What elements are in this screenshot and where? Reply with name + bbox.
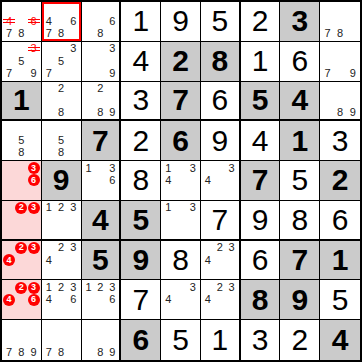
candidate: 5 bbox=[15, 135, 27, 147]
cell-r2c2[interactable]: 357 bbox=[42, 42, 82, 82]
cell-r5c5[interactable]: 134 bbox=[161, 161, 201, 201]
pencil-marks: 36 bbox=[3, 162, 40, 199]
candidate: 7 bbox=[3, 346, 15, 359]
cell-r6c6[interactable]: 7 bbox=[201, 201, 241, 241]
cell-r1c1[interactable]: 7846 bbox=[2, 2, 42, 42]
given-digit: 6 bbox=[211, 85, 228, 115]
solved-digit: 4 bbox=[92, 205, 109, 235]
cell-r2c7[interactable]: 1 bbox=[241, 42, 281, 82]
cell-r7c4[interactable]: 9 bbox=[121, 241, 161, 281]
cell-r9c3[interactable]: 89 bbox=[82, 320, 122, 360]
cell-r4c9[interactable]: 3 bbox=[320, 121, 360, 161]
cell-r8c2[interactable]: 12346 bbox=[42, 280, 82, 320]
candidate: 6 bbox=[106, 15, 118, 27]
solved-digit: 6 bbox=[132, 325, 149, 355]
circled-candidate: 3 bbox=[28, 162, 40, 174]
candidate: 9 bbox=[28, 67, 40, 79]
solved-digit: 5 bbox=[252, 85, 269, 115]
given-digit: 7 bbox=[132, 285, 149, 315]
circled-candidate-digit: 2 bbox=[15, 242, 27, 254]
circled-candidate-digit: 4 bbox=[3, 254, 15, 266]
cell-r3c9[interactable]: 89 bbox=[320, 82, 360, 122]
solved-digit: 9 bbox=[291, 285, 308, 315]
solved-digit: 3 bbox=[291, 6, 308, 36]
candidate: 9 bbox=[346, 106, 359, 118]
pencil-marks: 58 bbox=[3, 122, 40, 159]
cell-r1c9[interactable]: 78 bbox=[320, 2, 360, 42]
cell-r9c4[interactable]: 6 bbox=[121, 320, 161, 360]
given-digit: 2 bbox=[252, 6, 269, 36]
cell-r8c5[interactable]: 34 bbox=[161, 280, 201, 320]
candidate: 2 bbox=[55, 281, 67, 293]
cell-r7c8[interactable]: 7 bbox=[280, 241, 320, 281]
cell-r5c7[interactable]: 7 bbox=[241, 161, 281, 201]
cell-r7c6[interactable]: 234 bbox=[201, 241, 241, 281]
given-digit: 3 bbox=[132, 85, 149, 115]
circled-candidate: 2 bbox=[15, 281, 27, 293]
candidate: 8 bbox=[15, 147, 27, 159]
cell-r7c7[interactable]: 6 bbox=[241, 241, 281, 281]
cell-r4c1[interactable]: 58 bbox=[2, 121, 42, 161]
cell-r1c4[interactable]: 1 bbox=[121, 2, 161, 42]
pencil-marks: 234 bbox=[43, 242, 80, 279]
candidate: 8 bbox=[15, 346, 27, 359]
pencil-marks: 234 bbox=[3, 242, 40, 279]
candidate: 3 bbox=[67, 242, 79, 254]
candidate: 3 bbox=[187, 202, 199, 214]
solved-digit: 9 bbox=[53, 165, 70, 195]
cell-r8c4[interactable]: 7 bbox=[121, 280, 161, 320]
solved-digit: 9 bbox=[132, 245, 149, 275]
candidate: 3 bbox=[106, 43, 118, 55]
given-digit: 3 bbox=[252, 325, 269, 355]
pencil-marks: 134 bbox=[162, 162, 199, 199]
candidate: 3 bbox=[67, 202, 79, 214]
candidate: 5 bbox=[15, 55, 27, 67]
eliminated-candidate: 6 bbox=[28, 15, 40, 27]
solved-digit: 5 bbox=[132, 205, 149, 235]
pencil-marks: 68 bbox=[83, 3, 119, 40]
solved-digit: 4 bbox=[291, 85, 308, 115]
given-digit: 2 bbox=[132, 126, 149, 156]
candidate: 6 bbox=[67, 294, 79, 306]
pencil-marks: 78 bbox=[43, 321, 80, 359]
cell-r9c8[interactable]: 2 bbox=[280, 320, 320, 360]
candidate: 1 bbox=[162, 162, 174, 174]
candidate: 4 bbox=[162, 174, 174, 186]
given-digit: 8 bbox=[172, 245, 189, 275]
candidate: 7 bbox=[3, 67, 15, 79]
circled-candidate: 3 bbox=[28, 242, 40, 254]
candidate: 6 bbox=[106, 294, 118, 306]
candidate: 8 bbox=[55, 147, 67, 159]
candidate: 2 bbox=[55, 202, 67, 214]
cell-r6c2[interactable]: 123 bbox=[42, 201, 82, 241]
candidate: 8 bbox=[55, 28, 67, 40]
cell-r2c3[interactable]: 39 bbox=[82, 42, 122, 82]
pencil-marks: 23 bbox=[3, 202, 40, 238]
cell-r9c9[interactable]: 4 bbox=[320, 320, 360, 360]
candidate: 4 bbox=[162, 294, 174, 306]
candidate: 8 bbox=[94, 106, 106, 118]
candidate: 8 bbox=[55, 346, 67, 359]
candidate: 3 bbox=[187, 281, 199, 293]
given-digit: 4 bbox=[252, 126, 269, 156]
circled-candidate: 6 bbox=[28, 294, 40, 306]
solved-digit: 1 bbox=[291, 126, 308, 156]
cell-r8c3[interactable]: 1236 bbox=[82, 280, 122, 320]
candidate: 1 bbox=[83, 281, 95, 293]
given-digit: 6 bbox=[291, 46, 308, 76]
circled-candidate: 2 bbox=[15, 202, 27, 214]
candidate: 3 bbox=[67, 281, 79, 293]
cell-r6c9[interactable]: 6 bbox=[320, 201, 360, 241]
candidate: 8 bbox=[94, 346, 106, 359]
solved-digit: 4 bbox=[332, 325, 349, 355]
cell-r1c8[interactable]: 3 bbox=[280, 2, 320, 42]
cell-r4c4[interactable]: 2 bbox=[121, 121, 161, 161]
given-digit: 2 bbox=[291, 325, 308, 355]
candidate: 1 bbox=[43, 281, 55, 293]
solved-digit: 7 bbox=[172, 85, 189, 115]
eliminated-candidate: 3 bbox=[28, 43, 40, 55]
cell-r1c5[interactable]: 9 bbox=[161, 2, 201, 42]
cell-r2c5[interactable]: 2 bbox=[161, 42, 201, 82]
cell-r4c8[interactable]: 1 bbox=[280, 121, 320, 161]
pencil-marks: 123 bbox=[43, 202, 80, 238]
candidate: 4 bbox=[43, 15, 55, 27]
cell-r5c9[interactable]: 2 bbox=[320, 161, 360, 201]
candidate: 2 bbox=[94, 281, 106, 293]
cell-r1c6[interactable]: 5 bbox=[201, 2, 241, 42]
cell-r6c4[interactable]: 5 bbox=[121, 201, 161, 241]
cell-r3c1[interactable]: 1 bbox=[2, 82, 42, 122]
cell-r5c6[interactable]: 34 bbox=[201, 161, 241, 201]
cell-r3c8[interactable]: 4 bbox=[280, 82, 320, 122]
pencil-marks: 1236 bbox=[83, 281, 119, 318]
cell-r9c6[interactable]: 1 bbox=[201, 320, 241, 360]
circled-candidate: 6 bbox=[28, 174, 40, 186]
cell-r2c8[interactable]: 6 bbox=[280, 42, 320, 82]
given-digit: 5 bbox=[172, 325, 189, 355]
given-digit: 3 bbox=[332, 126, 349, 156]
circled-candidate-digit: 3 bbox=[28, 282, 40, 294]
pencil-marks: 2346 bbox=[3, 281, 40, 318]
candidate: 3 bbox=[187, 162, 199, 174]
pencil-marks: 89 bbox=[321, 83, 359, 119]
solved-digit: 7 bbox=[92, 126, 109, 156]
pencil-marks: 789 bbox=[3, 321, 40, 359]
eliminated-candidate: 4 bbox=[3, 15, 15, 27]
candidate: 4 bbox=[202, 254, 214, 266]
candidate: 7 bbox=[43, 28, 55, 40]
pencil-marks: 5793 bbox=[3, 43, 40, 80]
given-digit: 8 bbox=[291, 205, 308, 235]
pencil-marks: 78 bbox=[321, 3, 359, 40]
candidate: 2 bbox=[55, 242, 67, 254]
circled-candidate: 4 bbox=[3, 254, 15, 266]
cell-r2c6[interactable]: 8 bbox=[201, 42, 241, 82]
solved-digit: 7 bbox=[252, 165, 269, 195]
candidate: 2 bbox=[94, 83, 106, 95]
cell-r6c8[interactable]: 8 bbox=[280, 201, 320, 241]
cell-r7c1[interactable]: 234 bbox=[2, 241, 42, 281]
cell-r4c7[interactable]: 4 bbox=[241, 121, 281, 161]
pencil-marks: 28 bbox=[43, 83, 80, 119]
cell-r4c5[interactable]: 6 bbox=[161, 121, 201, 161]
cell-r6c5[interactable]: 13 bbox=[161, 201, 201, 241]
solved-digit: 6 bbox=[172, 126, 189, 156]
candidate: 1 bbox=[43, 202, 55, 214]
candidate: 4 bbox=[202, 174, 214, 186]
cell-r6c1[interactable]: 23 bbox=[2, 201, 42, 241]
cell-r3c2[interactable]: 28 bbox=[42, 82, 82, 122]
candidate: 1 bbox=[83, 162, 95, 174]
circled-candidate-digit: 2 bbox=[15, 202, 27, 214]
candidate: 2 bbox=[214, 281, 226, 293]
pencil-marks: 79 bbox=[321, 43, 359, 80]
pencil-marks: 12346 bbox=[43, 281, 80, 318]
cell-r1c2[interactable]: 4678 bbox=[42, 2, 82, 42]
candidate: 9 bbox=[106, 106, 118, 118]
cell-r7c9[interactable]: 1 bbox=[320, 241, 360, 281]
cell-r4c6[interactable]: 9 bbox=[201, 121, 241, 161]
cell-r2c4[interactable]: 4 bbox=[121, 42, 161, 82]
solved-digit: 8 bbox=[211, 46, 228, 76]
given-digit: 4 bbox=[132, 46, 149, 76]
cell-r3c3[interactable]: 289 bbox=[82, 82, 122, 122]
cell-r5c2[interactable]: 9 bbox=[42, 161, 82, 201]
cell-r1c7[interactable]: 2 bbox=[241, 2, 281, 42]
candidate: 3 bbox=[106, 281, 118, 293]
solved-digit: 7 bbox=[291, 245, 308, 275]
candidate: 9 bbox=[28, 346, 40, 359]
candidate: 8 bbox=[334, 28, 347, 40]
candidate: 7 bbox=[43, 346, 55, 359]
cell-r9c2[interactable]: 78 bbox=[42, 320, 82, 360]
circled-candidate: 2 bbox=[15, 242, 27, 254]
given-digit: 9 bbox=[211, 126, 228, 156]
cell-r6c7[interactable]: 9 bbox=[241, 201, 281, 241]
pencil-marks: 34 bbox=[202, 162, 238, 199]
given-digit: 8 bbox=[132, 165, 149, 195]
candidate: 1 bbox=[162, 202, 174, 214]
cell-r9c5[interactable]: 5 bbox=[161, 320, 201, 360]
candidate: 3 bbox=[226, 162, 238, 174]
circled-candidate: 3 bbox=[28, 202, 40, 214]
candidate: 4 bbox=[43, 254, 55, 266]
cell-r3c7[interactable]: 5 bbox=[241, 82, 281, 122]
pencil-marks: 357 bbox=[43, 43, 80, 80]
candidate: 4 bbox=[202, 294, 214, 306]
cell-r5c1[interactable]: 36 bbox=[2, 161, 42, 201]
candidate: 3 bbox=[226, 281, 238, 293]
candidate: 3 bbox=[67, 43, 79, 55]
pencil-marks: 39 bbox=[83, 43, 119, 80]
candidate: 8 bbox=[334, 106, 347, 118]
cell-r8c6[interactable]: 234 bbox=[201, 280, 241, 320]
cell-r3c4[interactable]: 3 bbox=[121, 82, 161, 122]
given-digit: 6 bbox=[252, 245, 269, 275]
pencil-marks: 34 bbox=[162, 281, 199, 318]
given-digit: 1 bbox=[211, 325, 228, 355]
candidate: 7 bbox=[321, 28, 334, 40]
pencil-marks: 234 bbox=[202, 281, 238, 318]
cell-r9c7[interactable]: 3 bbox=[241, 320, 281, 360]
circled-candidate: 3 bbox=[28, 281, 40, 293]
circled-candidate-digit: 4 bbox=[3, 294, 15, 306]
given-digit: 9 bbox=[172, 6, 189, 36]
candidate: 2 bbox=[55, 83, 67, 95]
circled-candidate-digit: 6 bbox=[28, 174, 40, 186]
pencil-marks: 234 bbox=[202, 242, 238, 279]
candidate: 8 bbox=[55, 106, 67, 118]
cell-r3c5[interactable]: 7 bbox=[161, 82, 201, 122]
cell-r8c1[interactable]: 2346 bbox=[2, 280, 42, 320]
circled-candidate-digit: 2 bbox=[15, 282, 27, 294]
given-digit: 7 bbox=[211, 205, 228, 235]
circled-candidate: 4 bbox=[3, 294, 15, 306]
pencil-marks: 289 bbox=[83, 83, 119, 119]
cell-r3c6[interactable]: 6 bbox=[201, 82, 241, 122]
candidate: 4 bbox=[43, 294, 55, 306]
cell-r8c8[interactable]: 9 bbox=[280, 280, 320, 320]
candidate: 9 bbox=[346, 67, 359, 79]
candidate: 7 bbox=[321, 67, 334, 79]
cell-r4c3[interactable]: 7 bbox=[82, 121, 122, 161]
candidate: 5 bbox=[55, 135, 67, 147]
solved-digit: 1 bbox=[13, 85, 30, 115]
cell-r4c2[interactable]: 58 bbox=[42, 121, 82, 161]
given-digit: 9 bbox=[252, 205, 269, 235]
cell-r9c1[interactable]: 789 bbox=[2, 320, 42, 360]
cell-r6c3[interactable]: 4 bbox=[82, 201, 122, 241]
cell-r7c3[interactable]: 5 bbox=[82, 241, 122, 281]
cell-r8c7[interactable]: 8 bbox=[241, 280, 281, 320]
circled-candidate-digit: 3 bbox=[28, 202, 40, 214]
candidate: 3 bbox=[106, 162, 118, 174]
cell-r7c5[interactable]: 8 bbox=[161, 241, 201, 281]
cell-r2c9[interactable]: 79 bbox=[320, 42, 360, 82]
candidate: 8 bbox=[94, 28, 106, 40]
pencil-marks: 58 bbox=[43, 122, 80, 159]
circled-candidate-digit: 3 bbox=[28, 242, 40, 254]
candidate: 6 bbox=[106, 174, 118, 186]
candidate: 3 bbox=[226, 242, 238, 254]
circled-candidate-digit: 3 bbox=[28, 162, 40, 174]
circled-candidate-digit: 6 bbox=[28, 294, 40, 306]
cell-r8c9[interactable]: 5 bbox=[320, 280, 360, 320]
given-digit: 6 bbox=[332, 205, 349, 235]
candidate: 8 bbox=[15, 28, 27, 40]
candidate: 7 bbox=[43, 67, 55, 79]
pencil-marks: 4678 bbox=[43, 3, 80, 40]
cell-r5c4[interactable]: 8 bbox=[121, 161, 161, 201]
pencil-marks: 89 bbox=[83, 321, 119, 359]
sudoku-board: 7846467868195237857933573942816791282893… bbox=[0, 0, 362, 362]
given-digit: 5 bbox=[211, 6, 228, 36]
candidate: 6 bbox=[67, 15, 79, 27]
given-digit: 1 bbox=[252, 46, 269, 76]
cell-r5c8[interactable]: 5 bbox=[280, 161, 320, 201]
candidate: 5 bbox=[55, 55, 67, 67]
cell-r2c1[interactable]: 5793 bbox=[2, 42, 42, 82]
pencil-marks: 13 bbox=[162, 202, 199, 238]
given-digit: 5 bbox=[332, 285, 349, 315]
cell-r1c3[interactable]: 68 bbox=[82, 2, 122, 42]
solved-digit: 2 bbox=[332, 165, 349, 195]
pencil-marks: 136 bbox=[83, 162, 119, 199]
candidate: 2 bbox=[214, 242, 226, 254]
solved-digit: 1 bbox=[332, 245, 349, 275]
cell-r5c3[interactable]: 136 bbox=[82, 161, 122, 201]
candidate: 9 bbox=[106, 346, 118, 359]
candidate: 7 bbox=[3, 28, 15, 40]
given-digit: 5 bbox=[291, 165, 308, 195]
solved-digit: 8 bbox=[252, 285, 269, 315]
solved-digit: 2 bbox=[172, 46, 189, 76]
cell-r7c2[interactable]: 234 bbox=[42, 241, 82, 281]
candidate: 9 bbox=[106, 67, 118, 79]
pencil-marks: 7846 bbox=[3, 3, 40, 40]
given-digit: 1 bbox=[132, 6, 149, 36]
solved-digit: 5 bbox=[92, 245, 109, 275]
